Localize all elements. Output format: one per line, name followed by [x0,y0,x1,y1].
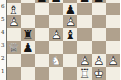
square-f2[interactable]: ♟♙ [77,54,91,67]
rank-2-row: ♞♘♟♙♟♙♟♙ [7,54,121,67]
white-pawn-outline: ♙ [92,54,106,67]
white-king-g1[interactable]: ♚♔ [92,67,106,80]
rank-label-3: 3 [0,42,6,48]
square-a6[interactable]: ♝♗ [7,3,21,16]
square-d2[interactable]: ♞♘ [49,54,63,67]
square-e2[interactable] [63,54,77,67]
black-bishop-glyph: ♝ [63,28,77,41]
square-f6[interactable] [77,3,91,16]
square-h2[interactable]: ♟♙ [106,54,120,67]
rank-3-row: ♛♕♟ [7,41,121,54]
square-a1[interactable] [7,67,21,80]
chess-diagram: 654321 ♟♟♟♟♝♗♟♟♙♟♙♜♟♙♝♛♕♟♞♘♟♙♟♙♟♙♜♖♚♔ [0,0,120,80]
rank-label-1: 1 [0,68,6,74]
square-b2[interactable] [21,54,35,67]
square-e1[interactable] [63,67,77,80]
rank-1-row: ♜♖♚♔ [7,67,121,80]
square-b6[interactable] [21,3,35,16]
black-pawn-b3[interactable]: ♟ [21,41,35,54]
black-rook-b4[interactable]: ♜ [21,28,35,41]
square-b3[interactable]: ♟ [21,41,35,54]
square-g1[interactable]: ♚♔ [92,67,106,80]
square-c2[interactable] [35,54,49,67]
rank-5-row: ♟♙♟♙ [7,15,121,28]
square-c1[interactable] [35,67,49,80]
black-bishop-e4[interactable]: ♝ [63,28,77,41]
white-knight-d2[interactable]: ♞♘ [49,54,63,67]
white-bishop-a6[interactable]: ♝♗ [7,3,21,16]
black-pawn-glyph: ♟ [21,41,35,54]
rank-label-6: 6 [0,3,6,9]
white-pawn-e5[interactable]: ♟♙ [63,15,77,28]
square-c6[interactable] [35,3,49,16]
white-pawn-outline: ♙ [49,28,63,41]
square-d4[interactable]: ♟♙ [49,28,63,41]
white-pawn-f2[interactable]: ♟♙ [77,54,91,67]
white-pawn-a5[interactable]: ♟♙ [7,15,21,28]
square-c5[interactable] [35,15,49,28]
square-a4[interactable] [7,28,21,41]
black-pawn-glyph: ♟ [63,3,77,16]
white-rook-f1[interactable]: ♜♖ [77,67,91,80]
square-h1[interactable] [106,67,120,80]
white-pawn-outline: ♙ [106,54,120,67]
rank-label-5: 5 [0,16,6,22]
black-pawn-e6[interactable]: ♟ [63,3,77,16]
chess-board: ♟♟♟♟♝♗♟♟♙♟♙♜♟♙♝♛♕♟♞♘♟♙♟♙♟♙♜♖♚♔ [7,0,121,80]
square-g4[interactable] [92,28,106,41]
square-c4[interactable] [35,28,49,41]
square-b4[interactable]: ♜ [21,28,35,41]
square-e6[interactable]: ♟ [63,3,77,16]
square-f5[interactable] [77,15,91,28]
square-d1[interactable] [49,67,63,80]
white-bishop-outline: ♗ [7,3,21,16]
black-rook-glyph: ♜ [21,28,35,41]
white-knight-outline: ♘ [49,54,63,67]
square-a2[interactable] [7,54,21,67]
square-h5[interactable] [106,15,120,28]
square-f4[interactable] [77,28,91,41]
square-g6[interactable] [92,3,106,16]
square-h6[interactable] [106,3,120,16]
square-f3[interactable] [77,41,91,54]
square-d6[interactable] [49,3,63,16]
white-king-outline: ♔ [92,67,106,80]
square-a3[interactable]: ♛♕ [7,41,21,54]
square-a5[interactable]: ♟♙ [7,15,21,28]
white-pawn-outline: ♙ [7,15,21,28]
white-pawn-h2[interactable]: ♟♙ [106,54,120,67]
white-queen-outline: ♕ [7,41,21,54]
white-pawn-g2[interactable]: ♟♙ [92,54,106,67]
square-b5[interactable] [21,15,35,28]
square-e5[interactable]: ♟♙ [63,15,77,28]
square-g3[interactable] [92,41,106,54]
square-b1[interactable] [21,67,35,80]
square-f1[interactable]: ♜♖ [77,67,91,80]
white-queen-a3[interactable]: ♛♕ [7,41,21,54]
rank-label-2: 2 [0,55,6,61]
white-pawn-outline: ♙ [63,15,77,28]
square-e3[interactable] [63,41,77,54]
square-d3[interactable] [49,41,63,54]
rank-label-4: 4 [0,29,6,35]
white-rook-outline: ♖ [77,67,91,80]
square-e4[interactable]: ♝ [63,28,77,41]
white-pawn-outline: ♙ [77,54,91,67]
white-pawn-d4[interactable]: ♟♙ [49,28,63,41]
square-g5[interactable] [92,15,106,28]
square-h4[interactable] [106,28,120,41]
square-d5[interactable] [49,15,63,28]
rank-6-row: ♝♗♟ [7,3,121,16]
square-h3[interactable] [106,41,120,54]
square-c3[interactable] [35,41,49,54]
rank-4-row: ♜♟♙♝ [7,28,121,41]
square-g2[interactable]: ♟♙ [92,54,106,67]
